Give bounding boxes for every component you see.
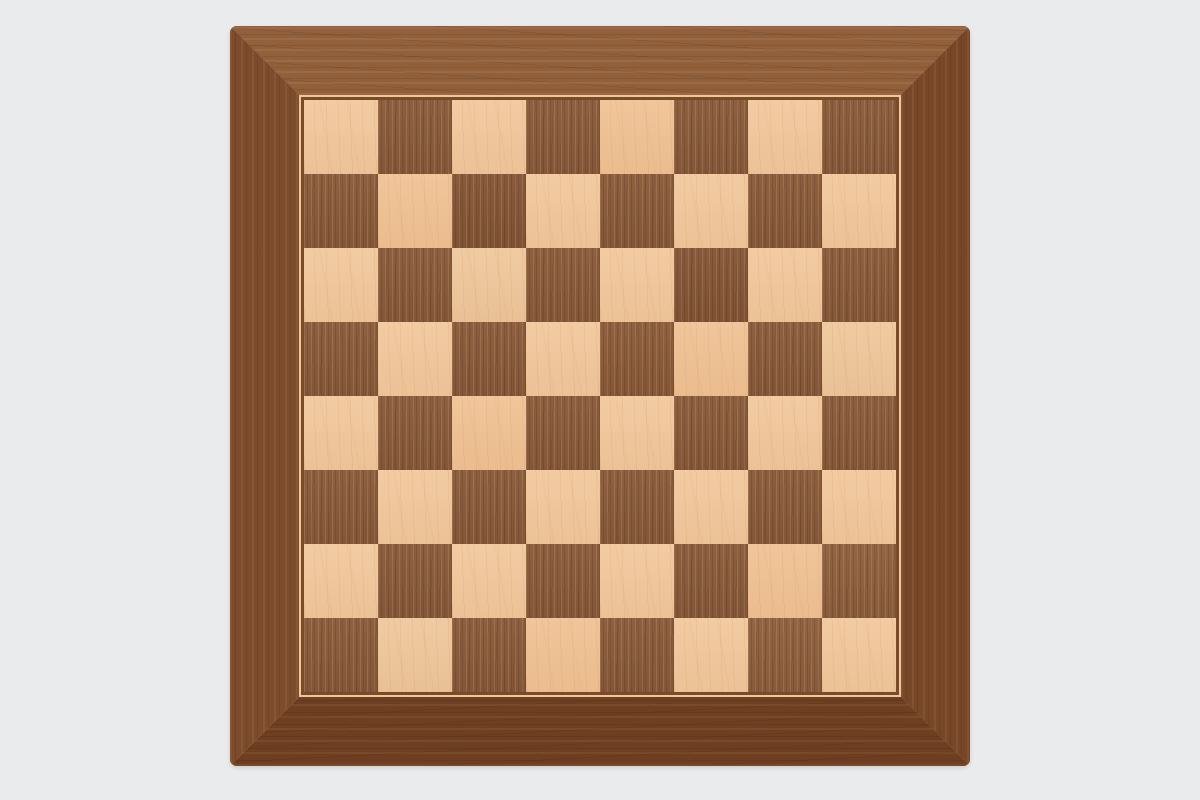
square-d2[interactable] bbox=[526, 544, 600, 618]
square-a7[interactable] bbox=[304, 174, 378, 248]
square-b7[interactable] bbox=[378, 174, 452, 248]
square-h8[interactable] bbox=[822, 100, 896, 174]
square-b8[interactable] bbox=[378, 100, 452, 174]
square-e2[interactable] bbox=[600, 544, 674, 618]
page-background: { "game": "chess", "position": { "fen": … bbox=[0, 0, 1200, 800]
square-f1[interactable] bbox=[674, 618, 748, 692]
square-e4[interactable] bbox=[600, 396, 674, 470]
square-g4[interactable] bbox=[748, 396, 822, 470]
square-h3[interactable] bbox=[822, 470, 896, 544]
square-h1[interactable] bbox=[822, 618, 896, 692]
square-c7[interactable] bbox=[452, 174, 526, 248]
square-a8[interactable] bbox=[304, 100, 378, 174]
square-g2[interactable] bbox=[748, 544, 822, 618]
square-f7[interactable] bbox=[674, 174, 748, 248]
square-f3[interactable] bbox=[674, 470, 748, 544]
chess-board bbox=[230, 26, 970, 766]
square-g6[interactable] bbox=[748, 248, 822, 322]
square-e3[interactable] bbox=[600, 470, 674, 544]
square-b6[interactable] bbox=[378, 248, 452, 322]
square-g8[interactable] bbox=[748, 100, 822, 174]
square-f8[interactable] bbox=[674, 100, 748, 174]
square-d7[interactable] bbox=[526, 174, 600, 248]
squares-grid bbox=[304, 100, 896, 692]
square-f4[interactable] bbox=[674, 396, 748, 470]
square-d8[interactable] bbox=[526, 100, 600, 174]
square-g3[interactable] bbox=[748, 470, 822, 544]
square-c3[interactable] bbox=[452, 470, 526, 544]
square-f2[interactable] bbox=[674, 544, 748, 618]
square-g1[interactable] bbox=[748, 618, 822, 692]
square-c1[interactable] bbox=[452, 618, 526, 692]
square-b2[interactable] bbox=[378, 544, 452, 618]
square-d4[interactable] bbox=[526, 396, 600, 470]
square-a1[interactable] bbox=[304, 618, 378, 692]
square-h6[interactable] bbox=[822, 248, 896, 322]
square-a6[interactable] bbox=[304, 248, 378, 322]
square-c4[interactable] bbox=[452, 396, 526, 470]
square-c2[interactable] bbox=[452, 544, 526, 618]
square-a3[interactable] bbox=[304, 470, 378, 544]
square-b1[interactable] bbox=[378, 618, 452, 692]
square-c6[interactable] bbox=[452, 248, 526, 322]
square-f5[interactable] bbox=[674, 322, 748, 396]
square-h7[interactable] bbox=[822, 174, 896, 248]
square-b3[interactable] bbox=[378, 470, 452, 544]
square-f6[interactable] bbox=[674, 248, 748, 322]
square-a4[interactable] bbox=[304, 396, 378, 470]
square-b4[interactable] bbox=[378, 396, 452, 470]
square-b5[interactable] bbox=[378, 322, 452, 396]
square-c5[interactable] bbox=[452, 322, 526, 396]
square-g5[interactable] bbox=[748, 322, 822, 396]
square-g7[interactable] bbox=[748, 174, 822, 248]
square-e6[interactable] bbox=[600, 248, 674, 322]
square-d5[interactable] bbox=[526, 322, 600, 396]
board-inlay-line bbox=[299, 95, 901, 697]
board-inner-border bbox=[301, 97, 899, 695]
square-h2[interactable] bbox=[822, 544, 896, 618]
square-h5[interactable] bbox=[822, 322, 896, 396]
square-e7[interactable] bbox=[600, 174, 674, 248]
square-a5[interactable] bbox=[304, 322, 378, 396]
square-c8[interactable] bbox=[452, 100, 526, 174]
square-h4[interactable] bbox=[822, 396, 896, 470]
square-d3[interactable] bbox=[526, 470, 600, 544]
square-e8[interactable] bbox=[600, 100, 674, 174]
square-e1[interactable] bbox=[600, 618, 674, 692]
square-d6[interactable] bbox=[526, 248, 600, 322]
square-e5[interactable] bbox=[600, 322, 674, 396]
square-a2[interactable] bbox=[304, 544, 378, 618]
square-d1[interactable] bbox=[526, 618, 600, 692]
